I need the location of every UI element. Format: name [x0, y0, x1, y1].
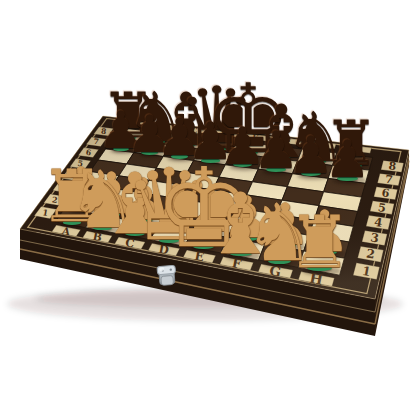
chess-set-photo: AABBCCDDEEFFGGHH8877665544332211 ♜♞♝♛♚♝♞… — [0, 0, 416, 416]
file-label-back-g: G — [317, 140, 325, 151]
rank-label-right-8: 8 — [388, 159, 397, 173]
file-label-back-c: C — [191, 126, 198, 136]
file-label-back-f: F — [284, 136, 291, 147]
rank-label-left-8: 8 — [100, 127, 106, 137]
file-label-back-e: E — [252, 132, 259, 143]
file-label-back-d: D — [221, 129, 229, 139]
file-label-back-b: B — [162, 122, 169, 132]
chess-board: AABBCCDDEEFFGGHH8877665544332211 — [0, 0, 416, 416]
file-label-back-h: H — [352, 143, 362, 154]
metal-clasp — [157, 265, 177, 285]
rank-label-left-7: 7 — [93, 137, 99, 147]
